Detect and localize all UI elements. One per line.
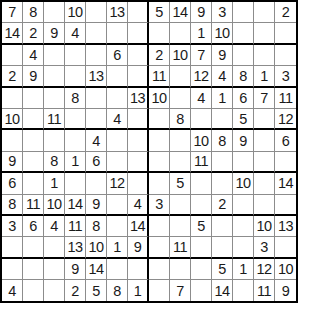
cell-r5c3-empty[interactable] — [44, 88, 65, 109]
cell-r1c5-empty[interactable] — [86, 2, 107, 23]
cell-r10c11-given[interactable]: 2 — [212, 195, 233, 216]
cell-r11c5-given[interactable]: 8 — [86, 216, 107, 237]
cell-r1c4-given[interactable]: 10 — [65, 2, 86, 23]
cell-r2c10-given[interactable]: 1 — [191, 23, 212, 44]
cell-r10c13-empty[interactable] — [254, 195, 275, 216]
cell-r9c7-empty[interactable] — [128, 173, 149, 194]
cell-r8c3-given[interactable]: 8 — [44, 152, 65, 173]
cell-r6c6-given[interactable]: 4 — [107, 109, 128, 130]
cell-r6c13-empty[interactable] — [254, 109, 275, 130]
cell-r3c10-given[interactable]: 7 — [191, 45, 212, 66]
cell-r8c14-empty[interactable] — [275, 152, 296, 173]
cell-r11c8-empty[interactable] — [149, 216, 170, 237]
cell-r11c7-given[interactable]: 14 — [128, 216, 149, 237]
cell-r14c6-given[interactable]: 8 — [107, 280, 128, 301]
cell-r3c7-empty[interactable] — [128, 45, 149, 66]
cell-r8c11-empty[interactable] — [212, 152, 233, 173]
cell-r14c3-empty[interactable] — [44, 280, 65, 301]
cell-r4c14-given[interactable]: 3 — [275, 66, 296, 87]
cell-r8c10-given[interactable]: 11 — [191, 152, 212, 173]
cell-r8c7-empty[interactable] — [128, 152, 149, 173]
cell-r12c10-empty[interactable] — [191, 237, 212, 258]
cell-r4c13-given[interactable]: 1 — [254, 66, 275, 87]
cell-r7c6-empty[interactable] — [107, 130, 128, 151]
cell-r14c12-empty[interactable] — [233, 280, 254, 301]
cell-r11c14-given[interactable]: 13 — [275, 216, 296, 237]
cell-r1c3-empty[interactable] — [44, 2, 65, 23]
cell-r14c13-given[interactable]: 11 — [254, 280, 275, 301]
cell-r9c13-empty[interactable] — [254, 173, 275, 194]
cell-r7c3-empty[interactable] — [44, 130, 65, 151]
cell-r9c12-given[interactable]: 10 — [233, 173, 254, 194]
cell-r8c5-given[interactable]: 6 — [86, 152, 107, 173]
cell-r6c7-empty[interactable] — [128, 109, 149, 130]
cell-r3c8-given[interactable]: 2 — [149, 45, 170, 66]
cell-r7c14-given[interactable]: 6 — [275, 130, 296, 151]
cell-r1c7-empty[interactable] — [128, 2, 149, 23]
cell-r12c8-empty[interactable] — [149, 237, 170, 258]
cell-r10c1-given[interactable]: 8 — [2, 195, 23, 216]
cell-r3c5-empty[interactable] — [86, 45, 107, 66]
cell-r3c11-given[interactable]: 9 — [212, 45, 233, 66]
cell-r7c1-empty[interactable] — [2, 130, 23, 151]
cell-r13c5-given[interactable]: 14 — [86, 259, 107, 280]
cell-r3c13-empty[interactable] — [254, 45, 275, 66]
cell-r4c6-empty[interactable] — [107, 66, 128, 87]
cell-r13c11-given[interactable]: 5 — [212, 259, 233, 280]
cell-r5c5-empty[interactable] — [86, 88, 107, 109]
cell-r6c9-given[interactable]: 8 — [170, 109, 191, 130]
cell-r14c14-given[interactable]: 9 — [275, 280, 296, 301]
cell-r10c14-empty[interactable] — [275, 195, 296, 216]
cell-r7c7-empty[interactable] — [128, 130, 149, 151]
cell-r9c11-empty[interactable] — [212, 173, 233, 194]
cell-r6c10-empty[interactable] — [191, 109, 212, 130]
cell-r14c11-given[interactable]: 14 — [212, 280, 233, 301]
cell-r1c9-given[interactable]: 14 — [170, 2, 191, 23]
cell-r6c2-empty[interactable] — [23, 109, 44, 130]
cell-r2c14-empty[interactable] — [275, 23, 296, 44]
cell-r2c7-empty[interactable] — [128, 23, 149, 44]
cell-r6c3-given[interactable]: 11 — [44, 109, 65, 130]
cell-r8c8-empty[interactable] — [149, 152, 170, 173]
sudoku-board: 7810135149321429411046210792913111248138… — [0, 0, 298, 303]
cell-r11c4-given[interactable]: 11 — [65, 216, 86, 237]
cell-r5c11-given[interactable]: 1 — [212, 88, 233, 109]
cell-r6c8-empty[interactable] — [149, 109, 170, 130]
cell-r9c2-empty[interactable] — [23, 173, 44, 194]
cell-r12c1-empty[interactable] — [2, 237, 23, 258]
cell-r2c11-given[interactable]: 10 — [212, 23, 233, 44]
cell-r4c2-given[interactable]: 9 — [23, 66, 44, 87]
cell-r13c9-empty[interactable] — [170, 259, 191, 280]
cell-r12c11-empty[interactable] — [212, 237, 233, 258]
cell-r10c5-given[interactable]: 9 — [86, 195, 107, 216]
cell-r5c2-empty[interactable] — [23, 88, 44, 109]
cell-r4c8-given[interactable]: 11 — [149, 66, 170, 87]
cell-r4c3-empty[interactable] — [44, 66, 65, 87]
cell-r8c12-empty[interactable] — [233, 152, 254, 173]
cell-r10c3-given[interactable]: 10 — [44, 195, 65, 216]
cell-r13c14-given[interactable]: 10 — [275, 259, 296, 280]
cell-r4c7-empty[interactable] — [128, 66, 149, 87]
cell-r2c4-given[interactable]: 4 — [65, 23, 86, 44]
cell-r13c1-empty[interactable] — [2, 259, 23, 280]
cell-r11c3-given[interactable]: 4 — [44, 216, 65, 237]
cell-r4c11-given[interactable]: 4 — [212, 66, 233, 87]
cell-r12c12-empty[interactable] — [233, 237, 254, 258]
cell-r14c10-empty[interactable] — [191, 280, 212, 301]
cell-r12c13-given[interactable]: 3 — [254, 237, 275, 258]
cell-r1c2-given[interactable]: 8 — [23, 2, 44, 23]
cell-r1c1-given[interactable]: 7 — [2, 2, 23, 23]
cell-r13c3-empty[interactable] — [44, 259, 65, 280]
cell-r7c12-given[interactable]: 9 — [233, 130, 254, 151]
cell-r5c13-given[interactable]: 7 — [254, 88, 275, 109]
cell-r12c7-given[interactable]: 9 — [128, 237, 149, 258]
cell-r12c2-empty[interactable] — [23, 237, 44, 258]
cell-r9c14-given[interactable]: 14 — [275, 173, 296, 194]
cell-r14c1-given[interactable]: 4 — [2, 280, 23, 301]
cell-r14c5-given[interactable]: 5 — [86, 280, 107, 301]
cell-r5c8-given[interactable]: 10 — [149, 88, 170, 109]
cell-r11c10-given[interactable]: 5 — [191, 216, 212, 237]
cell-r2c8-empty[interactable] — [149, 23, 170, 44]
cell-r8c6-empty[interactable] — [107, 152, 128, 173]
cell-r4c1-given[interactable]: 2 — [2, 66, 23, 87]
cell-r6c12-given[interactable]: 5 — [233, 109, 254, 130]
cell-r12c3-empty[interactable] — [44, 237, 65, 258]
cell-r3c9-given[interactable]: 10 — [170, 45, 191, 66]
cell-r3c14-empty[interactable] — [275, 45, 296, 66]
cell-r7c13-empty[interactable] — [254, 130, 275, 151]
cell-r13c4-given[interactable]: 9 — [65, 259, 86, 280]
cell-r14c9-given[interactable]: 7 — [170, 280, 191, 301]
cell-r12c9-given[interactable]: 11 — [170, 237, 191, 258]
cell-r10c4-given[interactable]: 14 — [65, 195, 86, 216]
cell-r2c13-empty[interactable] — [254, 23, 275, 44]
cell-r11c9-empty[interactable] — [170, 216, 191, 237]
cell-r13c2-empty[interactable] — [23, 259, 44, 280]
cell-r5c10-given[interactable]: 4 — [191, 88, 212, 109]
cell-r8c2-empty[interactable] — [23, 152, 44, 173]
sudoku-page: 7810135149321429411046210792913111248138… — [0, 0, 312, 320]
cell-r13c13-given[interactable]: 12 — [254, 259, 275, 280]
cell-r5c1-empty[interactable] — [2, 88, 23, 109]
cell-r13c12-given[interactable]: 1 — [233, 259, 254, 280]
cell-r10c8-given[interactable]: 3 — [149, 195, 170, 216]
cell-r3c3-empty[interactable] — [44, 45, 65, 66]
cell-r8c13-empty[interactable] — [254, 152, 275, 173]
cell-r10c6-empty[interactable] — [107, 195, 128, 216]
cell-r11c1-given[interactable]: 3 — [2, 216, 23, 237]
cell-r7c11-given[interactable]: 8 — [212, 130, 233, 151]
cell-r4c5-given[interactable]: 13 — [86, 66, 107, 87]
cell-r2c1-given[interactable]: 14 — [2, 23, 23, 44]
cell-r2c5-empty[interactable] — [86, 23, 107, 44]
cell-r5c7-given[interactable]: 13 — [128, 88, 149, 109]
cell-r1c10-given[interactable]: 9 — [191, 2, 212, 23]
cell-r11c6-empty[interactable] — [107, 216, 128, 237]
cell-r7c10-given[interactable]: 10 — [191, 130, 212, 151]
cell-r8c1-given[interactable]: 9 — [2, 152, 23, 173]
cell-r13c8-empty[interactable] — [149, 259, 170, 280]
cell-r10c10-empty[interactable] — [191, 195, 212, 216]
cell-r14c7-given[interactable]: 1 — [128, 280, 149, 301]
cell-r8c4-given[interactable]: 1 — [65, 152, 86, 173]
cell-r10c12-empty[interactable] — [233, 195, 254, 216]
cell-r5c4-given[interactable]: 8 — [65, 88, 86, 109]
cell-r13c7-empty[interactable] — [128, 259, 149, 280]
cell-r4c10-given[interactable]: 12 — [191, 66, 212, 87]
cell-r6c5-empty[interactable] — [86, 109, 107, 130]
cell-r4c4-empty[interactable] — [65, 66, 86, 87]
cell-r1c11-given[interactable]: 3 — [212, 2, 233, 23]
cell-r5c14-given[interactable]: 11 — [275, 88, 296, 109]
cell-r13c6-empty[interactable] — [107, 259, 128, 280]
cell-r7c2-empty[interactable] — [23, 130, 44, 151]
cell-r14c8-empty[interactable] — [149, 280, 170, 301]
cell-r6c1-given[interactable]: 10 — [2, 109, 23, 130]
cell-r9c5-empty[interactable] — [86, 173, 107, 194]
cell-r9c6-given[interactable]: 12 — [107, 173, 128, 194]
cell-r7c9-empty[interactable] — [170, 130, 191, 151]
cell-r2c3-given[interactable]: 9 — [44, 23, 65, 44]
cell-r3c1-empty[interactable] — [2, 45, 23, 66]
cell-r11c11-empty[interactable] — [212, 216, 233, 237]
cell-r10c2-given[interactable]: 11 — [23, 195, 44, 216]
cell-r2c6-empty[interactable] — [107, 23, 128, 44]
cell-r10c9-empty[interactable] — [170, 195, 191, 216]
cell-r9c1-given[interactable]: 6 — [2, 173, 23, 194]
cell-r12c14-empty[interactable] — [275, 237, 296, 258]
cell-r12c6-given[interactable]: 1 — [107, 237, 128, 258]
cell-r9c4-empty[interactable] — [65, 173, 86, 194]
cell-r2c2-given[interactable]: 2 — [23, 23, 44, 44]
cell-r3c2-given[interactable]: 4 — [23, 45, 44, 66]
cell-r9c3-given[interactable]: 1 — [44, 173, 65, 194]
cell-r4c9-empty[interactable] — [170, 66, 191, 87]
cell-r4c12-given[interactable]: 8 — [233, 66, 254, 87]
cell-r3c12-empty[interactable] — [233, 45, 254, 66]
cell-r5c12-given[interactable]: 6 — [233, 88, 254, 109]
cell-r1c14-given[interactable]: 2 — [275, 2, 296, 23]
cell-r12c4-given[interactable]: 13 — [65, 237, 86, 258]
cell-r6c14-given[interactable]: 12 — [275, 109, 296, 130]
cell-r8c9-empty[interactable] — [170, 152, 191, 173]
cell-r9c10-empty[interactable] — [191, 173, 212, 194]
cell-r13c10-empty[interactable] — [191, 259, 212, 280]
cell-r11c12-empty[interactable] — [233, 216, 254, 237]
cell-r9c9-given[interactable]: 5 — [170, 173, 191, 194]
cell-r14c4-given[interactable]: 2 — [65, 280, 86, 301]
cell-r14c2-empty[interactable] — [23, 280, 44, 301]
cell-r2c9-empty[interactable] — [170, 23, 191, 44]
cell-r1c6-given[interactable]: 13 — [107, 2, 128, 23]
cell-r7c8-empty[interactable] — [149, 130, 170, 151]
cell-r12c5-given[interactable]: 10 — [86, 237, 107, 258]
cell-r10c7-given[interactable]: 4 — [128, 195, 149, 216]
cell-r9c8-empty[interactable] — [149, 173, 170, 194]
cell-r5c9-empty[interactable] — [170, 88, 191, 109]
cell-r2c12-empty[interactable] — [233, 23, 254, 44]
cell-r6c11-empty[interactable] — [212, 109, 233, 130]
cell-r6c4-empty[interactable] — [65, 109, 86, 130]
cell-r1c12-empty[interactable] — [233, 2, 254, 23]
cell-r1c13-empty[interactable] — [254, 2, 275, 23]
cell-r11c13-given[interactable]: 10 — [254, 216, 275, 237]
cell-r1c8-given[interactable]: 5 — [149, 2, 170, 23]
cell-r3c6-given[interactable]: 6 — [107, 45, 128, 66]
cell-r3c4-empty[interactable] — [65, 45, 86, 66]
cell-r5c6-empty[interactable] — [107, 88, 128, 109]
cell-r11c2-given[interactable]: 6 — [23, 216, 44, 237]
cell-r7c5-given[interactable]: 4 — [86, 130, 107, 151]
cell-r7c4-empty[interactable] — [65, 130, 86, 151]
